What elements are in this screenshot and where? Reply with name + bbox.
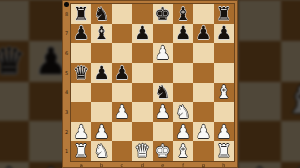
square-e2[interactable]: [153, 122, 173, 142]
square-g4[interactable]: [193, 83, 213, 103]
square-a7[interactable]: ♟: [71, 24, 91, 44]
piece-white-p-c3: ♟: [114, 103, 130, 121]
square-b2[interactable]: ♟: [91, 122, 111, 142]
square-h5[interactable]: [280, 41, 300, 81]
square-b1[interactable]: ♞: [91, 141, 111, 161]
square-g6[interactable]: [239, 0, 281, 40]
square-h3[interactable]: [214, 102, 234, 122]
piece-white-b-h4: ♝: [285, 83, 300, 120]
file-labels: abcdefgh: [71, 161, 234, 168]
file-label-b: b: [91, 161, 111, 168]
square-c2[interactable]: [112, 122, 132, 142]
square-f8[interactable]: ♝: [173, 4, 193, 24]
square-g8[interactable]: [193, 4, 213, 24]
square-c3[interactable]: ♟: [112, 102, 132, 122]
square-g2[interactable]: ♟: [239, 161, 281, 168]
square-d7[interactable]: ♟: [132, 24, 152, 44]
square-b5[interactable]: ♟: [91, 63, 111, 83]
square-d3[interactable]: [132, 102, 152, 122]
rank-label-2: 2: [62, 122, 71, 142]
piece-black-r-h8: ♜: [216, 5, 232, 23]
piece-white-q-d1: ♛: [134, 142, 150, 160]
square-h6[interactable]: [214, 43, 234, 63]
square-h2[interactable]: ♟: [280, 161, 300, 168]
piece-white-p-b2: ♟: [93, 123, 109, 141]
square-g7[interactable]: ♟: [193, 24, 213, 44]
piece-white-n-f3: ♞: [175, 103, 191, 121]
square-g2[interactable]: ♟: [193, 122, 213, 142]
square-e8[interactable]: ♚: [153, 4, 173, 24]
piece-white-p-e3: ♟: [155, 103, 171, 121]
piece-white-n-b1: ♞: [93, 142, 109, 160]
square-g3[interactable]: [193, 102, 213, 122]
video-frame: 87654321♜♞♚♝♜♟♝♟♟♟♟♟♛♟♟♞♝♟♟♞♟♟♟♟♟♜♞♛♚♝♜a…: [0, 0, 300, 168]
chess-board: 87654321♜♞♚♝♜♟♝♟♟♟♟♟♛♟♟♞♝♟♟♞♟♟♟♟♟♜♞♛♚♝♜a…: [62, 0, 238, 168]
square-h8[interactable]: ♜: [214, 4, 234, 24]
piece-white-p-g2: ♟: [243, 163, 276, 168]
square-a5[interactable]: ♛: [71, 63, 91, 83]
rank-label-6: 6: [62, 43, 71, 63]
square-g4[interactable]: [239, 81, 281, 121]
square-f4[interactable]: [173, 83, 193, 103]
side-to-move-indicator: [64, 2, 69, 7]
rank-label-8: 8: [62, 4, 71, 24]
square-b8[interactable]: ♞: [91, 4, 111, 24]
board-frame: 87654321♜♞♚♝♜♟♝♟♟♟♟♟♛♟♟♞♝♟♟♞♟♟♟♟♟♜♞♛♚♝♜a…: [62, 0, 238, 168]
square-h2[interactable]: ♟: [214, 122, 234, 142]
square-f6[interactable]: [173, 43, 193, 63]
piece-black-k-e8: ♚: [155, 5, 171, 23]
piece-white-r-h1: ♜: [216, 142, 232, 160]
piece-black-n-b8: ♞: [93, 5, 109, 23]
piece-black-p-g7: ♟: [195, 24, 211, 42]
square-h6[interactable]: [280, 0, 300, 40]
file-label-e: e: [153, 161, 173, 168]
piece-white-b-f1: ♝: [175, 142, 191, 160]
square-b3[interactable]: [91, 102, 111, 122]
square-b7[interactable]: ♝: [91, 24, 111, 44]
piece-white-r-a1: ♜: [73, 142, 89, 160]
square-c1[interactable]: [112, 141, 132, 161]
piece-white-p-f2: ♟: [175, 123, 191, 141]
square-d2[interactable]: [132, 122, 152, 142]
square-a4[interactable]: [71, 83, 91, 103]
square-d6[interactable]: [132, 43, 152, 63]
piece-black-q-a5: ♛: [73, 64, 89, 82]
square-e7[interactable]: [153, 24, 173, 44]
square-g3[interactable]: [239, 121, 281, 161]
square-c8[interactable]: [112, 4, 132, 24]
piece-white-p-a2: ♟: [73, 123, 89, 141]
square-h3[interactable]: [280, 121, 300, 161]
square-d5[interactable]: [132, 63, 152, 83]
square-d8[interactable]: [132, 4, 152, 24]
square-d1[interactable]: ♛: [132, 141, 152, 161]
square-g6[interactable]: [193, 43, 213, 63]
piece-white-p-g2: ♟: [195, 123, 211, 141]
piece-black-p-b5: ♟: [93, 64, 109, 82]
square-b6[interactable]: [91, 43, 111, 63]
piece-white-b-h4: ♝: [216, 83, 232, 101]
square-h1[interactable]: ♜: [214, 141, 234, 161]
square-f7[interactable]: ♟: [173, 24, 193, 44]
square-a6[interactable]: [0, 0, 30, 40]
square-a3[interactable]: [0, 121, 30, 161]
file-label-f: f: [173, 161, 193, 168]
square-e6[interactable]: ♟: [153, 43, 173, 63]
piece-white-p-e6: ♟: [155, 44, 171, 62]
piece-black-q-a5: ♛: [0, 42, 25, 79]
piece-white-p-a2: ♟: [0, 163, 25, 168]
piece-white-p-h2: ♟: [285, 163, 300, 168]
square-a4[interactable]: [0, 81, 30, 121]
file-label-c: c: [112, 161, 132, 168]
rank-labels: 87654321: [62, 4, 71, 161]
piece-white-k-e1: ♚: [155, 142, 171, 160]
square-f2[interactable]: ♟: [173, 122, 193, 142]
file-label-d: d: [132, 161, 152, 168]
piece-black-n-e4: ♞: [155, 83, 171, 101]
square-c5[interactable]: ♟: [112, 63, 132, 83]
square-h4[interactable]: ♝: [214, 83, 234, 103]
square-a2[interactable]: ♟: [0, 161, 30, 168]
square-a6[interactable]: [71, 43, 91, 63]
piece-black-p-f7: ♟: [175, 24, 191, 42]
piece-white-p-h2: ♟: [216, 123, 232, 141]
rank-label-4: 4: [62, 83, 71, 103]
square-h4[interactable]: ♝: [280, 81, 300, 121]
square-e1[interactable]: ♚: [153, 141, 173, 161]
piece-black-p-d7: ♟: [134, 24, 150, 42]
square-g5[interactable]: [239, 41, 281, 81]
square-h7[interactable]: ♟: [214, 24, 234, 44]
square-a1[interactable]: ♜: [71, 141, 91, 161]
square-c6[interactable]: [112, 43, 132, 63]
square-e3[interactable]: ♟: [153, 102, 173, 122]
square-a2[interactable]: ♟: [71, 122, 91, 142]
piece-black-p-c5: ♟: [114, 64, 130, 82]
square-b4[interactable]: [91, 83, 111, 103]
rank-label-5: 5: [62, 63, 71, 83]
piece-black-r-a8: ♜: [73, 5, 89, 23]
rank-label-3: 3: [62, 102, 71, 122]
piece-black-b-b7: ♝: [93, 24, 109, 42]
piece-black-p-h7: ♟: [216, 24, 232, 42]
square-e4[interactable]: ♞: [153, 83, 173, 103]
rank-label-1: 1: [62, 141, 71, 161]
square-d4[interactable]: [132, 83, 152, 103]
square-f5[interactable]: [173, 63, 193, 83]
square-e5[interactable]: [153, 63, 173, 83]
piece-black-p-a7: ♟: [73, 24, 89, 42]
rank-label-7: 7: [62, 24, 71, 44]
square-c7[interactable]: [112, 24, 132, 44]
square-f3[interactable]: ♞: [173, 102, 193, 122]
square-g5[interactable]: [193, 63, 213, 83]
square-f1[interactable]: ♝: [173, 141, 193, 161]
square-a5[interactable]: ♛: [0, 41, 30, 81]
file-label-g: g: [193, 161, 213, 168]
square-a8[interactable]: ♜: [71, 4, 91, 24]
square-g1[interactable]: [193, 141, 213, 161]
square-c4[interactable]: [112, 83, 132, 103]
square-a3[interactable]: [71, 102, 91, 122]
file-label-a: a: [71, 161, 91, 168]
square-h5[interactable]: [214, 63, 234, 83]
file-label-h: h: [214, 161, 234, 168]
board-squares: ♜♞♚♝♜♟♝♟♟♟♟♟♛♟♟♞♝♟♟♞♟♟♟♟♟♜♞♛♚♝♜: [71, 4, 234, 161]
piece-black-b-f8: ♝: [175, 5, 191, 23]
